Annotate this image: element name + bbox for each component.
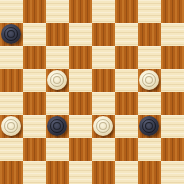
square-g6[interactable] (138, 46, 161, 69)
piece-center (7, 30, 15, 38)
square-f4[interactable] (115, 92, 138, 115)
square-a3[interactable] (0, 115, 23, 138)
square-e2[interactable] (92, 138, 115, 161)
square-d7[interactable] (69, 23, 92, 46)
square-a7[interactable] (0, 23, 23, 46)
square-c5[interactable] (46, 69, 69, 92)
square-d5[interactable] (69, 69, 92, 92)
square-f1[interactable] (115, 161, 138, 184)
square-h5[interactable] (161, 69, 184, 92)
square-a5[interactable] (0, 69, 23, 92)
square-e7[interactable] (92, 23, 115, 46)
square-g7[interactable] (138, 23, 161, 46)
square-b3[interactable] (23, 115, 46, 138)
square-g3[interactable] (138, 115, 161, 138)
square-c1[interactable] (46, 161, 69, 184)
square-e5[interactable] (92, 69, 115, 92)
white-man-g5[interactable] (139, 70, 159, 90)
black-man-c3[interactable] (47, 116, 67, 136)
square-h1[interactable] (161, 161, 184, 184)
square-g2[interactable] (138, 138, 161, 161)
square-c3[interactable] (46, 115, 69, 138)
square-d8[interactable] (69, 0, 92, 23)
black-man-g3[interactable] (139, 116, 159, 136)
square-b2[interactable] (23, 138, 46, 161)
square-d2[interactable] (69, 138, 92, 161)
square-a8[interactable] (0, 0, 23, 23)
square-h7[interactable] (161, 23, 184, 46)
square-a6[interactable] (0, 46, 23, 69)
square-b8[interactable] (23, 0, 46, 23)
piece-ring (142, 119, 156, 133)
square-e6[interactable] (92, 46, 115, 69)
square-g4[interactable] (138, 92, 161, 115)
square-g1[interactable] (138, 161, 161, 184)
square-f6[interactable] (115, 46, 138, 69)
square-a4[interactable] (0, 92, 23, 115)
white-man-e3[interactable] (93, 116, 113, 136)
square-c4[interactable] (46, 92, 69, 115)
piece-center (53, 122, 61, 130)
piece-center (99, 122, 107, 130)
square-h6[interactable] (161, 46, 184, 69)
piece-center (53, 76, 61, 84)
piece-center (145, 76, 153, 84)
piece-center (145, 122, 153, 130)
square-h3[interactable] (161, 115, 184, 138)
square-g8[interactable] (138, 0, 161, 23)
piece-center (7, 122, 15, 130)
square-d4[interactable] (69, 92, 92, 115)
square-f2[interactable] (115, 138, 138, 161)
piece-ring (50, 73, 64, 87)
square-f3[interactable] (115, 115, 138, 138)
square-d6[interactable] (69, 46, 92, 69)
square-f8[interactable] (115, 0, 138, 23)
piece-ring (50, 119, 64, 133)
square-a1[interactable] (0, 161, 23, 184)
square-c8[interactable] (46, 0, 69, 23)
piece-ring (4, 119, 18, 133)
square-h4[interactable] (161, 92, 184, 115)
square-b4[interactable] (23, 92, 46, 115)
square-b5[interactable] (23, 69, 46, 92)
square-b7[interactable] (23, 23, 46, 46)
piece-ring (4, 27, 18, 41)
square-f7[interactable] (115, 23, 138, 46)
square-b1[interactable] (23, 161, 46, 184)
square-e4[interactable] (92, 92, 115, 115)
piece-ring (96, 119, 110, 133)
square-d3[interactable] (69, 115, 92, 138)
white-man-c5[interactable] (47, 70, 67, 90)
square-e1[interactable] (92, 161, 115, 184)
black-man-a7[interactable] (1, 24, 21, 44)
square-c6[interactable] (46, 46, 69, 69)
white-man-a3[interactable] (1, 116, 21, 136)
square-c7[interactable] (46, 23, 69, 46)
square-d1[interactable] (69, 161, 92, 184)
square-b6[interactable] (23, 46, 46, 69)
square-e8[interactable] (92, 0, 115, 23)
square-c2[interactable] (46, 138, 69, 161)
square-h2[interactable] (161, 138, 184, 161)
square-a2[interactable] (0, 138, 23, 161)
square-h8[interactable] (161, 0, 184, 23)
square-g5[interactable] (138, 69, 161, 92)
square-f5[interactable] (115, 69, 138, 92)
checkers-board (0, 0, 184, 184)
piece-ring (142, 73, 156, 87)
square-e3[interactable] (92, 115, 115, 138)
